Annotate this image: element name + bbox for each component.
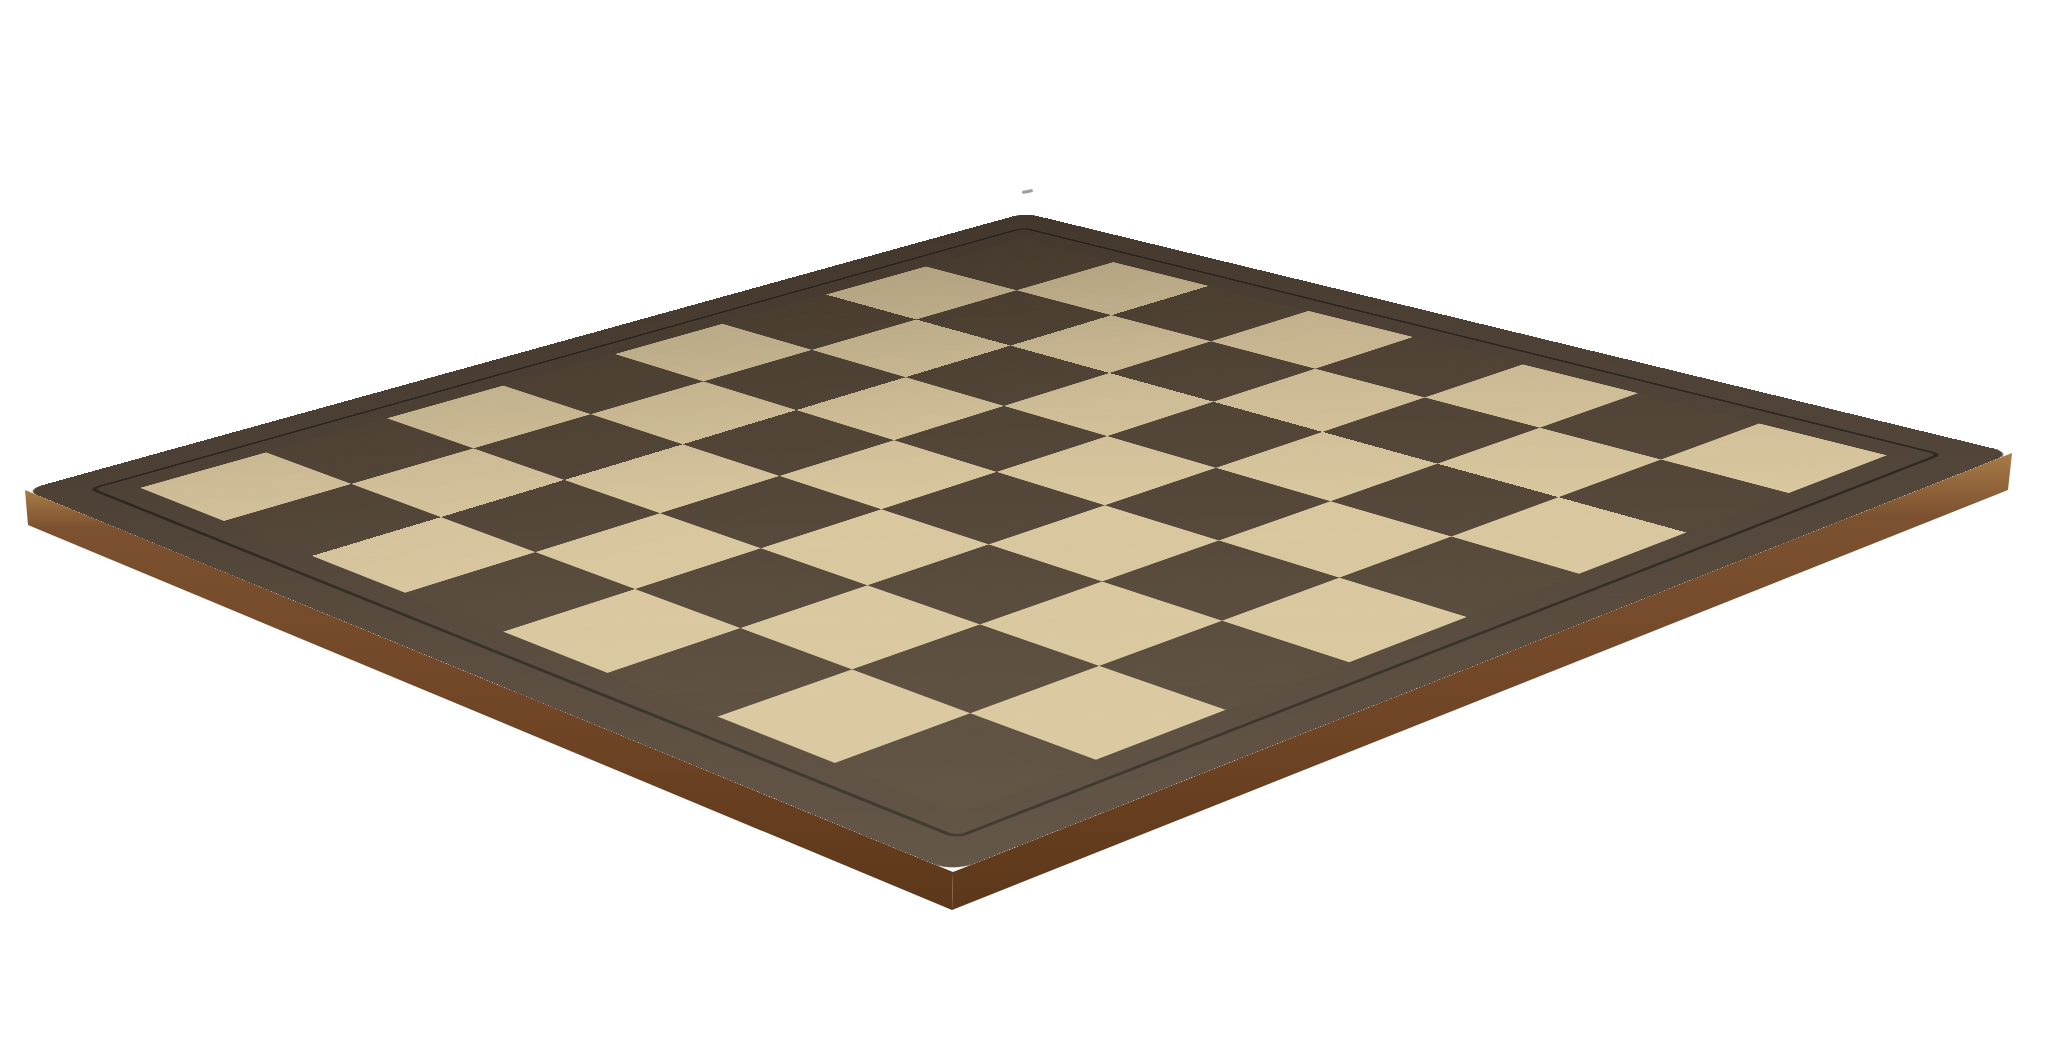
product-photo-scene xyxy=(0,0,2048,1043)
